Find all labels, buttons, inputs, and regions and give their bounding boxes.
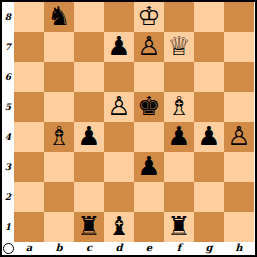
rank-label-1: 1 [2, 212, 14, 242]
rank-label-2: 2 [2, 182, 14, 212]
black-knight[interactable]: ♞ [44, 2, 74, 32]
square-f3[interactable] [164, 152, 194, 182]
square-b7[interactable] [44, 32, 74, 62]
square-a5[interactable] [14, 92, 44, 122]
square-f7[interactable]: ♕ [164, 32, 194, 62]
file-label-c: c [74, 242, 104, 255]
square-e6[interactable] [134, 62, 164, 92]
rank-label-4: 4 [2, 122, 14, 152]
file-label-f: f [164, 242, 194, 255]
chess-board: ♞♔♟♙♕♙♚♗♗♟♟♟♙♟♜♝♜ [14, 2, 254, 242]
white-queen[interactable]: ♕ [164, 32, 194, 62]
square-c6[interactable] [74, 62, 104, 92]
square-c7[interactable] [74, 32, 104, 62]
square-g1[interactable] [194, 212, 224, 242]
square-a8[interactable] [14, 2, 44, 32]
square-h4[interactable]: ♙ [224, 122, 254, 152]
rank-label-7: 7 [2, 32, 14, 62]
square-c1[interactable]: ♜ [74, 212, 104, 242]
square-f4[interactable]: ♟ [164, 122, 194, 152]
square-g8[interactable] [194, 2, 224, 32]
square-e7[interactable]: ♙ [134, 32, 164, 62]
square-e8[interactable]: ♔ [134, 2, 164, 32]
file-label-b: b [44, 242, 74, 255]
square-f2[interactable] [164, 182, 194, 212]
square-b8[interactable]: ♞ [44, 2, 74, 32]
square-e4[interactable] [134, 122, 164, 152]
white-king[interactable]: ♔ [134, 2, 164, 32]
square-b6[interactable] [44, 62, 74, 92]
square-h7[interactable] [224, 32, 254, 62]
square-d8[interactable] [104, 2, 134, 32]
chess-diagram: 87654321 ♞♔♟♙♕♙♚♗♗♟♟♟♙♟♜♝♜ abcdefgh [0, 0, 257, 257]
black-pawn[interactable]: ♟ [194, 122, 224, 152]
black-king[interactable]: ♚ [134, 92, 164, 122]
square-g6[interactable] [194, 62, 224, 92]
square-e2[interactable] [134, 182, 164, 212]
black-rook[interactable]: ♜ [74, 212, 104, 242]
square-c8[interactable] [74, 2, 104, 32]
square-a6[interactable] [14, 62, 44, 92]
square-f6[interactable] [164, 62, 194, 92]
square-e3[interactable]: ♟ [134, 152, 164, 182]
square-g4[interactable]: ♟ [194, 122, 224, 152]
black-rook[interactable]: ♜ [164, 212, 194, 242]
rank-label-3: 3 [2, 152, 14, 182]
square-f1[interactable]: ♜ [164, 212, 194, 242]
black-pawn[interactable]: ♟ [74, 122, 104, 152]
square-d2[interactable] [104, 182, 134, 212]
square-c4[interactable]: ♟ [74, 122, 104, 152]
rank-label-8: 8 [2, 2, 14, 32]
white-pawn[interactable]: ♙ [104, 92, 134, 122]
square-h5[interactable] [224, 92, 254, 122]
file-label-e: e [134, 242, 164, 255]
square-a7[interactable] [14, 32, 44, 62]
white-to-move-indicator [3, 243, 14, 254]
square-c3[interactable] [74, 152, 104, 182]
square-d1[interactable]: ♝ [104, 212, 134, 242]
file-label-h: h [224, 242, 254, 255]
white-pawn[interactable]: ♙ [134, 32, 164, 62]
square-b3[interactable] [44, 152, 74, 182]
square-h3[interactable] [224, 152, 254, 182]
file-label-d: d [104, 242, 134, 255]
black-pawn[interactable]: ♟ [134, 152, 164, 182]
file-label-g: g [194, 242, 224, 255]
rank-labels: 87654321 [2, 2, 14, 242]
square-f8[interactable] [164, 2, 194, 32]
square-g7[interactable] [194, 32, 224, 62]
rank-label-6: 6 [2, 62, 14, 92]
square-h2[interactable] [224, 182, 254, 212]
square-g3[interactable] [194, 152, 224, 182]
square-h8[interactable] [224, 2, 254, 32]
black-pawn[interactable]: ♟ [164, 122, 194, 152]
square-d7[interactable]: ♟ [104, 32, 134, 62]
file-labels: abcdefgh [14, 242, 254, 255]
file-label-a: a [14, 242, 44, 255]
black-bishop[interactable]: ♝ [104, 212, 134, 242]
square-b2[interactable] [44, 182, 74, 212]
square-d4[interactable] [104, 122, 134, 152]
square-b4[interactable]: ♗ [44, 122, 74, 152]
square-b1[interactable] [44, 212, 74, 242]
square-a1[interactable] [14, 212, 44, 242]
square-f5[interactable]: ♗ [164, 92, 194, 122]
square-d6[interactable] [104, 62, 134, 92]
square-a3[interactable] [14, 152, 44, 182]
square-h6[interactable] [224, 62, 254, 92]
square-c5[interactable] [74, 92, 104, 122]
square-a4[interactable] [14, 122, 44, 152]
square-d3[interactable] [104, 152, 134, 182]
square-g2[interactable] [194, 182, 224, 212]
square-g5[interactable] [194, 92, 224, 122]
square-b5[interactable] [44, 92, 74, 122]
black-pawn[interactable]: ♟ [104, 32, 134, 62]
white-bishop[interactable]: ♗ [44, 122, 74, 152]
white-bishop[interactable]: ♗ [164, 92, 194, 122]
rank-label-5: 5 [2, 92, 14, 122]
square-e1[interactable] [134, 212, 164, 242]
square-a2[interactable] [14, 182, 44, 212]
square-c2[interactable] [74, 182, 104, 212]
white-pawn[interactable]: ♙ [224, 122, 254, 152]
square-e5[interactable]: ♚ [134, 92, 164, 122]
square-d5[interactable]: ♙ [104, 92, 134, 122]
square-h1[interactable] [224, 212, 254, 242]
